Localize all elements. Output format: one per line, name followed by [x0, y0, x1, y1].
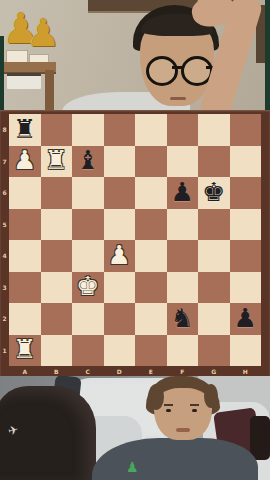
- square-a3[interactable]: [9, 272, 41, 304]
- chair-brand-icon: ✈: [7, 420, 32, 439]
- file-label-c: C: [72, 367, 104, 376]
- file-label-e: E: [135, 367, 167, 376]
- square-h7[interactable]: [230, 146, 262, 178]
- square-e7[interactable]: [135, 146, 167, 178]
- shirt-pawn-logo-icon: ♟: [126, 460, 139, 474]
- player1-mouth: [170, 97, 186, 100]
- square-g1[interactable]: [198, 335, 230, 367]
- square-h1[interactable]: [230, 335, 262, 367]
- square-g6[interactable]: ♚: [198, 177, 230, 209]
- square-f6[interactable]: ♟: [167, 177, 199, 209]
- player2-eyebrow: [164, 404, 173, 406]
- square-d3[interactable]: [104, 272, 136, 304]
- square-a1[interactable]: ♜: [9, 335, 41, 367]
- file-label-b: B: [41, 367, 73, 376]
- file-label-g: G: [198, 367, 230, 376]
- file-label-f: F: [167, 367, 199, 376]
- square-f7[interactable]: [167, 146, 199, 178]
- player1-finger: [211, 0, 223, 18]
- square-a4[interactable]: [9, 240, 41, 272]
- square-d5[interactable]: [104, 209, 136, 241]
- square-a7[interactable]: ♟: [9, 146, 41, 178]
- black-pawn[interactable]: ♟: [171, 179, 194, 205]
- square-f1[interactable]: [167, 335, 199, 367]
- square-g3[interactable]: [198, 272, 230, 304]
- square-h2[interactable]: ♟: [230, 303, 262, 335]
- square-h5[interactable]: [230, 209, 262, 241]
- square-f5[interactable]: [167, 209, 199, 241]
- white-pawn[interactable]: ♟: [13, 147, 36, 173]
- white-rook[interactable]: ♜: [13, 336, 36, 362]
- black-knight[interactable]: ♞: [171, 305, 194, 331]
- square-a5[interactable]: [9, 209, 41, 241]
- square-f4[interactable]: [167, 240, 199, 272]
- square-c1[interactable]: [72, 335, 104, 367]
- file-label-a: A: [9, 367, 41, 376]
- square-c2[interactable]: [72, 303, 104, 335]
- books: [7, 73, 41, 89]
- square-a8[interactable]: ♜: [9, 114, 41, 146]
- square-a6[interactable]: [9, 177, 41, 209]
- square-h3[interactable]: [230, 272, 262, 304]
- square-c6[interactable]: [72, 177, 104, 209]
- board-grid: ♜♟♜♝♟♚♟♚♞♟♜: [9, 114, 261, 366]
- square-c7[interactable]: ♝: [72, 146, 104, 178]
- square-h8[interactable]: [230, 114, 262, 146]
- black-king[interactable]: ♚: [202, 179, 225, 205]
- square-f8[interactable]: [167, 114, 199, 146]
- square-e6[interactable]: [135, 177, 167, 209]
- green-screen-edge-left: [0, 36, 4, 110]
- square-h4[interactable]: [230, 240, 262, 272]
- square-e1[interactable]: [135, 335, 167, 367]
- stream-frame: ♟ ♟ ♜♟♜♝♟♚♟♚♞♟♜ 87654321 ABCDEFGH: [0, 0, 270, 480]
- player2-mouth: [176, 428, 190, 432]
- rank-label-8: 8: [0, 114, 9, 146]
- white-rook[interactable]: ♜: [45, 147, 68, 173]
- rank-label-7: 7: [0, 146, 9, 178]
- black-pawn[interactable]: ♟: [234, 305, 257, 331]
- rank-label-3: 3: [0, 272, 9, 304]
- square-g4[interactable]: [198, 240, 230, 272]
- rank-label-5: 5: [0, 209, 9, 241]
- gaming-chair: ✈: [0, 386, 96, 480]
- square-b2[interactable]: [41, 303, 73, 335]
- chess-board: ♜♟♜♝♟♚♟♚♞♟♜ 87654321 ABCDEFGH: [0, 110, 270, 376]
- square-d1[interactable]: [104, 335, 136, 367]
- square-f3[interactable]: [167, 272, 199, 304]
- square-g7[interactable]: [198, 146, 230, 178]
- square-c4[interactable]: [72, 240, 104, 272]
- square-e3[interactable]: [135, 272, 167, 304]
- bottom-webcam: ✈ ♟: [0, 376, 270, 480]
- square-b1[interactable]: [41, 335, 73, 367]
- square-b3[interactable]: [41, 272, 73, 304]
- gold-trophy-icon: ♟: [26, 14, 60, 52]
- square-f2[interactable]: ♞: [167, 303, 199, 335]
- square-d4[interactable]: ♟: [104, 240, 136, 272]
- player2-eye: [192, 409, 197, 412]
- white-king[interactable]: ♚: [76, 273, 99, 299]
- square-b7[interactable]: ♜: [41, 146, 73, 178]
- square-e8[interactable]: [135, 114, 167, 146]
- player2-eyebrow: [190, 404, 199, 406]
- square-d8[interactable]: [104, 114, 136, 146]
- rank-label-6: 6: [0, 177, 9, 209]
- square-h6[interactable]: [230, 177, 262, 209]
- square-d6[interactable]: [104, 177, 136, 209]
- square-d7[interactable]: [104, 146, 136, 178]
- square-c3[interactable]: ♚: [72, 272, 104, 304]
- file-label-h: H: [230, 367, 262, 376]
- square-a2[interactable]: [9, 303, 41, 335]
- file-label-d: D: [104, 367, 136, 376]
- dark-pillow: [250, 416, 270, 460]
- square-e2[interactable]: [135, 303, 167, 335]
- square-g5[interactable]: [198, 209, 230, 241]
- player2-hair-curl: [148, 384, 164, 410]
- square-e5[interactable]: [135, 209, 167, 241]
- square-b4[interactable]: [41, 240, 73, 272]
- glasses-left-lens: [146, 56, 178, 86]
- green-screen-edge-right: [265, 0, 270, 110]
- player2-eye: [166, 409, 171, 412]
- square-g8[interactable]: [198, 114, 230, 146]
- square-e4[interactable]: [135, 240, 167, 272]
- square-c5[interactable]: [72, 209, 104, 241]
- square-b8[interactable]: [41, 114, 73, 146]
- white-pawn[interactable]: ♟: [108, 242, 131, 268]
- square-b6[interactable]: [41, 177, 73, 209]
- black-rook[interactable]: ♜: [13, 116, 36, 142]
- glasses-bridge: [172, 66, 182, 69]
- square-g2[interactable]: [198, 303, 230, 335]
- square-d2[interactable]: [104, 303, 136, 335]
- square-b5[interactable]: [41, 209, 73, 241]
- shelf-side: [45, 70, 54, 110]
- top-webcam: ♟ ♟: [0, 0, 270, 110]
- player2-hair-curl: [204, 384, 218, 408]
- rank-label-2: 2: [0, 303, 9, 335]
- black-bishop[interactable]: ♝: [76, 147, 99, 173]
- rank-label-4: 4: [0, 240, 9, 272]
- rank-label-1: 1: [0, 335, 9, 367]
- square-c8[interactable]: [72, 114, 104, 146]
